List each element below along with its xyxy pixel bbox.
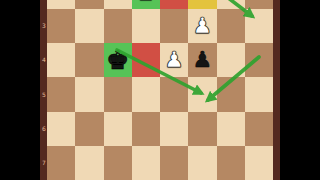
square-f7[interactable] (104, 146, 132, 180)
square-h2[interactable] (47, 0, 75, 9)
square-h4[interactable] (47, 43, 75, 77)
white-pawn-c3[interactable]: ♟ (193, 15, 213, 37)
square-h3[interactable] (47, 9, 75, 43)
square-f5[interactable] (104, 77, 132, 111)
letterbox-right (280, 0, 320, 180)
square-b2[interactable] (217, 0, 245, 9)
square-a6[interactable] (245, 112, 273, 146)
square-c6[interactable] (188, 112, 216, 146)
square-g5[interactable] (75, 77, 103, 111)
white-king-e2[interactable]: ♚ (132, 0, 160, 4)
square-d2[interactable] (160, 0, 188, 9)
square-f3[interactable] (104, 9, 132, 43)
rank-label-5: 5 (41, 91, 47, 99)
square-b4[interactable] (217, 43, 245, 77)
square-g2[interactable] (75, 0, 103, 9)
square-d6[interactable] (160, 112, 188, 146)
square-e2[interactable]: ♚ (132, 0, 160, 9)
rank-label-7: 7 (41, 159, 47, 167)
square-d4[interactable]: ♟ (160, 43, 188, 77)
square-e6[interactable] (132, 112, 160, 146)
square-g6[interactable] (75, 112, 103, 146)
square-d7[interactable] (160, 146, 188, 180)
square-a4[interactable] (245, 43, 273, 77)
square-b6[interactable] (217, 112, 245, 146)
black-pawn-c4[interactable]: ♟ (193, 49, 213, 71)
black-king-f4[interactable]: ♚ (106, 47, 129, 73)
video-frame: 34567 ♚♟♚♟♟ (0, 0, 320, 180)
square-e3[interactable] (132, 9, 160, 43)
board-border-left: 34567 (40, 0, 47, 180)
square-f2[interactable] (104, 0, 132, 9)
square-e7[interactable] (132, 146, 160, 180)
square-c2[interactable] (188, 0, 216, 9)
square-b7[interactable] (217, 146, 245, 180)
square-c7[interactable] (188, 146, 216, 180)
square-g4[interactable] (75, 43, 103, 77)
square-h6[interactable] (47, 112, 75, 146)
square-a5[interactable] (245, 77, 273, 111)
board-grid: ♚♟♚♟♟ (47, 0, 273, 180)
square-h7[interactable] (47, 146, 75, 180)
square-b3[interactable] (217, 9, 245, 43)
chess-board-area: 34567 ♚♟♚♟♟ (40, 0, 280, 180)
square-c4[interactable]: ♟ (188, 43, 216, 77)
square-b5[interactable] (217, 77, 245, 111)
rank-label-6: 6 (41, 125, 47, 133)
letterbox-left (0, 0, 40, 180)
square-d5[interactable] (160, 77, 188, 111)
square-a7[interactable] (245, 146, 273, 180)
square-g3[interactable] (75, 9, 103, 43)
square-f4[interactable]: ♚ (104, 43, 132, 77)
square-h5[interactable] (47, 77, 75, 111)
square-g7[interactable] (75, 146, 103, 180)
square-a3[interactable] (245, 9, 273, 43)
square-a2[interactable] (245, 0, 273, 9)
square-e5[interactable] (132, 77, 160, 111)
rank-label-3: 3 (41, 22, 47, 30)
square-d3[interactable] (160, 9, 188, 43)
white-pawn-d4[interactable]: ♟ (164, 49, 184, 71)
rank-label-4: 4 (41, 56, 47, 64)
square-f6[interactable] (104, 112, 132, 146)
square-c5[interactable] (188, 77, 216, 111)
square-c3[interactable]: ♟ (188, 9, 216, 43)
board-border-right (273, 0, 280, 180)
square-e4[interactable] (132, 43, 160, 77)
